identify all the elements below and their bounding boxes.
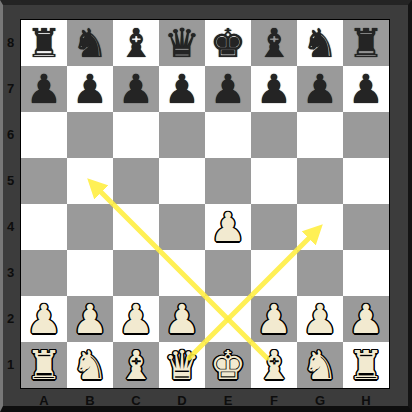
piece-white-pawn-f2[interactable]: ♟ bbox=[256, 296, 292, 342]
square-d5[interactable] bbox=[159, 158, 205, 204]
piece-black-pawn-g7[interactable]: ♟ bbox=[302, 66, 338, 112]
piece-white-pawn-e4[interactable]: ♟ bbox=[210, 204, 246, 250]
square-a4[interactable] bbox=[21, 204, 67, 250]
square-b4[interactable] bbox=[67, 204, 113, 250]
square-a2[interactable]: ♟ bbox=[21, 296, 67, 342]
piece-black-pawn-c7[interactable]: ♟ bbox=[118, 66, 154, 112]
piece-white-pawn-g2[interactable]: ♟ bbox=[302, 296, 338, 342]
piece-white-king-e1[interactable]: ♚ bbox=[210, 342, 246, 388]
rank-label-7: 7 bbox=[4, 81, 17, 97]
square-f1[interactable]: ♝ bbox=[251, 342, 297, 388]
piece-white-pawn-b2[interactable]: ♟ bbox=[72, 296, 108, 342]
rank-label-5: 5 bbox=[4, 173, 17, 189]
square-g3[interactable] bbox=[297, 250, 343, 296]
square-f2[interactable]: ♟ bbox=[251, 296, 297, 342]
piece-black-queen-d8[interactable]: ♛ bbox=[164, 20, 200, 66]
square-g7[interactable]: ♟ bbox=[297, 66, 343, 112]
square-a6[interactable] bbox=[21, 112, 67, 158]
square-a7[interactable]: ♟ bbox=[21, 66, 67, 112]
rank-label-1: 1 bbox=[4, 357, 17, 373]
square-g4[interactable] bbox=[297, 204, 343, 250]
square-c6[interactable] bbox=[113, 112, 159, 158]
square-h1[interactable]: ♜ bbox=[343, 342, 389, 388]
square-g5[interactable] bbox=[297, 158, 343, 204]
square-g2[interactable]: ♟ bbox=[297, 296, 343, 342]
file-label-E: E bbox=[205, 393, 251, 409]
square-f6[interactable] bbox=[251, 112, 297, 158]
square-e7[interactable]: ♟ bbox=[205, 66, 251, 112]
square-b8[interactable]: ♞ bbox=[67, 20, 113, 66]
piece-white-queen-d1[interactable]: ♛ bbox=[164, 342, 200, 388]
rank-label-6: 6 bbox=[4, 127, 17, 143]
square-c7[interactable]: ♟ bbox=[113, 66, 159, 112]
square-h7[interactable]: ♟ bbox=[343, 66, 389, 112]
square-a1[interactable]: ♜ bbox=[21, 342, 67, 388]
square-d8[interactable]: ♛ bbox=[159, 20, 205, 66]
square-c2[interactable]: ♟ bbox=[113, 296, 159, 342]
piece-white-bishop-c1[interactable]: ♝ bbox=[118, 342, 154, 388]
chess-board: ♜♞♝♛♚♝♞♜♟♟♟♟♟♟♟♟♟♟♟♟♟♟♟♟♜♞♝♛♚♝♞♜ bbox=[20, 19, 390, 389]
piece-black-rook-a8[interactable]: ♜ bbox=[26, 20, 62, 66]
square-e4[interactable]: ♟ bbox=[205, 204, 251, 250]
file-label-B: B bbox=[67, 393, 113, 409]
piece-black-bishop-f8[interactable]: ♝ bbox=[256, 20, 292, 66]
square-h5[interactable] bbox=[343, 158, 389, 204]
square-f4[interactable] bbox=[251, 204, 297, 250]
rank-label-2: 2 bbox=[4, 311, 17, 327]
piece-black-pawn-h7[interactable]: ♟ bbox=[348, 66, 384, 112]
square-b7[interactable]: ♟ bbox=[67, 66, 113, 112]
square-d1[interactable]: ♛ bbox=[159, 342, 205, 388]
square-a3[interactable] bbox=[21, 250, 67, 296]
square-d7[interactable]: ♟ bbox=[159, 66, 205, 112]
piece-black-pawn-f7[interactable]: ♟ bbox=[256, 66, 292, 112]
square-h6[interactable] bbox=[343, 112, 389, 158]
square-c4[interactable] bbox=[113, 204, 159, 250]
square-e5[interactable] bbox=[205, 158, 251, 204]
rank-label-3: 3 bbox=[4, 265, 17, 281]
file-label-D: D bbox=[159, 393, 205, 409]
file-label-F: F bbox=[251, 393, 297, 409]
square-b2[interactable]: ♟ bbox=[67, 296, 113, 342]
square-h8[interactable]: ♜ bbox=[343, 20, 389, 66]
piece-white-rook-a1[interactable]: ♜ bbox=[26, 342, 62, 388]
square-c3[interactable] bbox=[113, 250, 159, 296]
square-d3[interactable] bbox=[159, 250, 205, 296]
square-g8[interactable]: ♞ bbox=[297, 20, 343, 66]
square-f7[interactable]: ♟ bbox=[251, 66, 297, 112]
square-g6[interactable] bbox=[297, 112, 343, 158]
square-b3[interactable] bbox=[67, 250, 113, 296]
square-h2[interactable]: ♟ bbox=[343, 296, 389, 342]
square-b6[interactable] bbox=[67, 112, 113, 158]
piece-black-pawn-a7[interactable]: ♟ bbox=[26, 66, 62, 112]
square-f5[interactable] bbox=[251, 158, 297, 204]
square-e2[interactable] bbox=[205, 296, 251, 342]
piece-black-knight-g8[interactable]: ♞ bbox=[302, 20, 338, 66]
square-e6[interactable] bbox=[205, 112, 251, 158]
chess-diagram-frame: ♜♞♝♛♚♝♞♜♟♟♟♟♟♟♟♟♟♟♟♟♟♟♟♟♜♞♝♛♚♝♞♜ 8765432… bbox=[0, 0, 412, 412]
piece-black-bishop-c8[interactable]: ♝ bbox=[118, 20, 154, 66]
piece-black-pawn-b7[interactable]: ♟ bbox=[72, 66, 108, 112]
square-e3[interactable] bbox=[205, 250, 251, 296]
piece-white-knight-b1[interactable]: ♞ bbox=[72, 342, 108, 388]
square-d2[interactable]: ♟ bbox=[159, 296, 205, 342]
square-f8[interactable]: ♝ bbox=[251, 20, 297, 66]
piece-black-rook-h8[interactable]: ♜ bbox=[348, 20, 384, 66]
piece-white-pawn-a2[interactable]: ♟ bbox=[26, 296, 62, 342]
piece-white-bishop-f1[interactable]: ♝ bbox=[256, 342, 292, 388]
piece-black-king-e8[interactable]: ♚ bbox=[210, 20, 246, 66]
file-label-H: H bbox=[343, 393, 389, 409]
file-label-G: G bbox=[297, 393, 343, 409]
square-e1[interactable]: ♚ bbox=[205, 342, 251, 388]
square-d4[interactable] bbox=[159, 204, 205, 250]
square-f3[interactable] bbox=[251, 250, 297, 296]
square-c8[interactable]: ♝ bbox=[113, 20, 159, 66]
rank-label-8: 8 bbox=[4, 35, 17, 51]
file-label-C: C bbox=[113, 393, 159, 409]
piece-white-pawn-d2[interactable]: ♟ bbox=[164, 296, 200, 342]
square-b5[interactable] bbox=[67, 158, 113, 204]
piece-white-pawn-c2[interactable]: ♟ bbox=[118, 296, 154, 342]
square-b1[interactable]: ♞ bbox=[67, 342, 113, 388]
piece-black-pawn-e7[interactable]: ♟ bbox=[210, 66, 246, 112]
square-h3[interactable] bbox=[343, 250, 389, 296]
piece-white-knight-g1[interactable]: ♞ bbox=[302, 342, 338, 388]
square-a8[interactable]: ♜ bbox=[21, 20, 67, 66]
square-g1[interactable]: ♞ bbox=[297, 342, 343, 388]
square-e8[interactable]: ♚ bbox=[205, 20, 251, 66]
rank-label-4: 4 bbox=[4, 219, 17, 235]
square-a5[interactable] bbox=[21, 158, 67, 204]
square-c1[interactable]: ♝ bbox=[113, 342, 159, 388]
piece-white-rook-h1[interactable]: ♜ bbox=[348, 342, 384, 388]
square-c5[interactable] bbox=[113, 158, 159, 204]
square-h4[interactable] bbox=[343, 204, 389, 250]
piece-black-knight-b8[interactable]: ♞ bbox=[72, 20, 108, 66]
piece-white-pawn-h2[interactable]: ♟ bbox=[348, 296, 384, 342]
piece-black-pawn-d7[interactable]: ♟ bbox=[164, 66, 200, 112]
file-label-A: A bbox=[21, 393, 67, 409]
square-d6[interactable] bbox=[159, 112, 205, 158]
